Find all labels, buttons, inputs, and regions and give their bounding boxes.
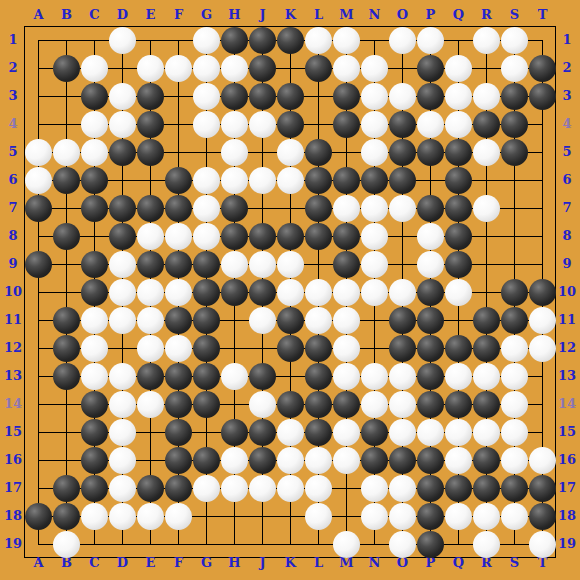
black-stone-F14 bbox=[165, 391, 192, 418]
board-intersection-T7[interactable] bbox=[528, 194, 556, 222]
white-stone-E12 bbox=[137, 335, 164, 362]
black-stone-G14 bbox=[193, 391, 220, 418]
black-stone-B6 bbox=[53, 167, 80, 194]
black-stone-G11 bbox=[193, 307, 220, 334]
board-intersection-A1[interactable] bbox=[24, 26, 52, 54]
board-intersection-T1[interactable] bbox=[528, 26, 556, 54]
board-intersection-H12[interactable] bbox=[220, 334, 248, 362]
white-stone-Q18 bbox=[445, 503, 472, 530]
board-intersection-O8[interactable] bbox=[388, 222, 416, 250]
board-intersection-B7[interactable] bbox=[52, 194, 80, 222]
board-intersection-K7[interactable] bbox=[276, 194, 304, 222]
white-stone-C11 bbox=[81, 307, 108, 334]
board-intersection-A19[interactable] bbox=[24, 530, 52, 558]
white-stone-D13 bbox=[109, 363, 136, 390]
white-stone-D14 bbox=[109, 391, 136, 418]
black-stone-C10 bbox=[81, 279, 108, 306]
black-stone-L12 bbox=[305, 335, 332, 362]
white-stone-E2 bbox=[137, 55, 164, 82]
row-label-left: 16 bbox=[3, 453, 23, 467]
board-intersection-F4[interactable] bbox=[164, 110, 192, 138]
row-label-right: 7 bbox=[557, 201, 577, 215]
black-stone-J10 bbox=[249, 279, 276, 306]
row-label-right: 11 bbox=[557, 313, 577, 327]
black-stone-P7 bbox=[417, 195, 444, 222]
board-intersection-R10[interactable] bbox=[472, 278, 500, 306]
row-label-right: 2 bbox=[557, 61, 577, 75]
black-stone-E5 bbox=[137, 139, 164, 166]
black-stone-Q12 bbox=[445, 335, 472, 362]
white-stone-H6 bbox=[221, 167, 248, 194]
row-label-left: 14 bbox=[3, 397, 23, 411]
board-intersection-H19[interactable] bbox=[220, 530, 248, 558]
board-intersection-O2[interactable] bbox=[388, 54, 416, 82]
black-stone-J1 bbox=[249, 27, 276, 54]
white-stone-G4 bbox=[193, 111, 220, 138]
white-stone-R18 bbox=[473, 503, 500, 530]
board-intersection-A4[interactable] bbox=[24, 110, 52, 138]
white-stone-B5 bbox=[53, 139, 80, 166]
column-label-top: J bbox=[253, 8, 272, 22]
black-stone-H3 bbox=[221, 83, 248, 110]
white-stone-N14 bbox=[361, 391, 388, 418]
white-stone-E14 bbox=[137, 391, 164, 418]
white-stone-K15 bbox=[277, 419, 304, 446]
board-intersection-F5[interactable] bbox=[164, 138, 192, 166]
white-stone-O3 bbox=[389, 83, 416, 110]
board-intersection-A3[interactable] bbox=[24, 82, 52, 110]
white-stone-Q2 bbox=[445, 55, 472, 82]
board-intersection-S6[interactable] bbox=[500, 166, 528, 194]
black-stone-F6 bbox=[165, 167, 192, 194]
black-stone-L8 bbox=[305, 223, 332, 250]
white-stone-K6 bbox=[277, 167, 304, 194]
black-stone-L14 bbox=[305, 391, 332, 418]
column-label-top: H bbox=[225, 8, 244, 22]
black-stone-H15 bbox=[221, 419, 248, 446]
board-intersection-B10[interactable] bbox=[52, 278, 80, 306]
white-stone-N4 bbox=[361, 111, 388, 138]
board-intersection-E19[interactable] bbox=[136, 530, 164, 558]
board-intersection-D19[interactable] bbox=[108, 530, 136, 558]
board-intersection-P6[interactable] bbox=[416, 166, 444, 194]
white-stone-N17 bbox=[361, 475, 388, 502]
white-stone-J6 bbox=[249, 167, 276, 194]
column-label-top: O bbox=[393, 8, 412, 22]
board-intersection-J7[interactable] bbox=[248, 194, 276, 222]
white-stone-O10 bbox=[389, 279, 416, 306]
board-intersection-A17[interactable] bbox=[24, 474, 52, 502]
row-label-left: 19 bbox=[3, 537, 23, 551]
white-stone-D10 bbox=[109, 279, 136, 306]
board-intersection-N11[interactable] bbox=[360, 306, 388, 334]
black-stone-Q14 bbox=[445, 391, 472, 418]
board-intersection-A16[interactable] bbox=[24, 446, 52, 474]
white-stone-T12 bbox=[529, 335, 556, 362]
board-intersection-H14[interactable] bbox=[220, 390, 248, 418]
board-intersection-G15[interactable] bbox=[192, 418, 220, 446]
black-stone-P14 bbox=[417, 391, 444, 418]
board-intersection-A8[interactable] bbox=[24, 222, 52, 250]
board-intersection-S9[interactable] bbox=[500, 250, 528, 278]
board-intersection-T15[interactable] bbox=[528, 418, 556, 446]
board-intersection-L9[interactable] bbox=[304, 250, 332, 278]
board-intersection-K18[interactable] bbox=[276, 502, 304, 530]
column-label-bottom: R bbox=[477, 556, 496, 570]
board-intersection-T5[interactable] bbox=[528, 138, 556, 166]
white-stone-N10 bbox=[361, 279, 388, 306]
board-intersection-F1[interactable] bbox=[164, 26, 192, 54]
column-label-bottom: J bbox=[253, 556, 272, 570]
white-stone-D17 bbox=[109, 475, 136, 502]
row-label-right: 17 bbox=[557, 481, 577, 495]
board-intersection-F3[interactable] bbox=[164, 82, 192, 110]
board-intersection-T14[interactable] bbox=[528, 390, 556, 418]
board-intersection-G5[interactable] bbox=[192, 138, 220, 166]
white-stone-C13 bbox=[81, 363, 108, 390]
board-intersection-G18[interactable] bbox=[192, 502, 220, 530]
black-stone-B11 bbox=[53, 307, 80, 334]
row-label-right: 16 bbox=[557, 453, 577, 467]
white-stone-S2 bbox=[501, 55, 528, 82]
board-intersection-B1[interactable] bbox=[52, 26, 80, 54]
white-stone-O19 bbox=[389, 531, 416, 558]
black-stone-E7 bbox=[137, 195, 164, 222]
column-label-top: F bbox=[169, 8, 188, 22]
white-stone-A5 bbox=[25, 139, 52, 166]
row-label-right: 18 bbox=[557, 509, 577, 523]
row-label-right: 4 bbox=[557, 117, 577, 131]
black-stone-L5 bbox=[305, 139, 332, 166]
white-stone-L17 bbox=[305, 475, 332, 502]
board-intersection-F19[interactable] bbox=[164, 530, 192, 558]
black-stone-J13 bbox=[249, 363, 276, 390]
board-intersection-D12[interactable] bbox=[108, 334, 136, 362]
white-stone-E18 bbox=[137, 503, 164, 530]
black-stone-N6 bbox=[361, 167, 388, 194]
white-stone-R13 bbox=[473, 363, 500, 390]
row-label-left: 1 bbox=[3, 33, 23, 47]
white-stone-M13 bbox=[333, 363, 360, 390]
row-label-right: 6 bbox=[557, 173, 577, 187]
white-stone-C5 bbox=[81, 139, 108, 166]
black-stone-R17 bbox=[473, 475, 500, 502]
board-intersection-B3[interactable] bbox=[52, 82, 80, 110]
board-intersection-N19[interactable] bbox=[360, 530, 388, 558]
white-stone-T19 bbox=[529, 531, 556, 558]
black-stone-C7 bbox=[81, 195, 108, 222]
white-stone-N7 bbox=[361, 195, 388, 222]
column-label-top: P bbox=[421, 8, 440, 22]
board-intersection-K2[interactable] bbox=[276, 54, 304, 82]
white-stone-G3 bbox=[193, 83, 220, 110]
black-stone-H10 bbox=[221, 279, 248, 306]
white-stone-M1 bbox=[333, 27, 360, 54]
row-label-right: 3 bbox=[557, 89, 577, 103]
white-stone-D4 bbox=[109, 111, 136, 138]
board-intersection-T4[interactable] bbox=[528, 110, 556, 138]
black-stone-L6 bbox=[305, 167, 332, 194]
white-stone-C12 bbox=[81, 335, 108, 362]
board-intersection-C8[interactable] bbox=[80, 222, 108, 250]
black-stone-J2 bbox=[249, 55, 276, 82]
black-stone-P5 bbox=[417, 139, 444, 166]
column-label-bottom: A bbox=[29, 556, 48, 570]
white-stone-C18 bbox=[81, 503, 108, 530]
board-intersection-H18[interactable] bbox=[220, 502, 248, 530]
white-stone-J4 bbox=[249, 111, 276, 138]
white-stone-M2 bbox=[333, 55, 360, 82]
board-intersection-J18[interactable] bbox=[248, 502, 276, 530]
row-label-right: 15 bbox=[557, 425, 577, 439]
white-stone-D9 bbox=[109, 251, 136, 278]
board-intersection-A11[interactable] bbox=[24, 306, 52, 334]
board-intersection-Q11[interactable] bbox=[444, 306, 472, 334]
white-stone-M7 bbox=[333, 195, 360, 222]
board-intersection-T9[interactable] bbox=[528, 250, 556, 278]
white-stone-M19 bbox=[333, 531, 360, 558]
board-intersection-G19[interactable] bbox=[192, 530, 220, 558]
row-label-left: 11 bbox=[3, 313, 23, 327]
white-stone-J17 bbox=[249, 475, 276, 502]
black-stone-O6 bbox=[389, 167, 416, 194]
white-stone-O15 bbox=[389, 419, 416, 446]
board-intersection-B4[interactable] bbox=[52, 110, 80, 138]
board-intersection-T8[interactable] bbox=[528, 222, 556, 250]
white-stone-F8 bbox=[165, 223, 192, 250]
white-stone-D3 bbox=[109, 83, 136, 110]
white-stone-G7 bbox=[193, 195, 220, 222]
board-intersection-B16[interactable] bbox=[52, 446, 80, 474]
white-stone-M16 bbox=[333, 447, 360, 474]
black-stone-A18 bbox=[25, 503, 52, 530]
board-intersection-M18[interactable] bbox=[332, 502, 360, 530]
black-stone-K8 bbox=[277, 223, 304, 250]
black-stone-K4 bbox=[277, 111, 304, 138]
board-intersection-S19[interactable] bbox=[500, 530, 528, 558]
column-label-top: C bbox=[85, 8, 104, 22]
board-intersection-D2[interactable] bbox=[108, 54, 136, 82]
white-stone-F10 bbox=[165, 279, 192, 306]
white-stone-G2 bbox=[193, 55, 220, 82]
white-stone-O13 bbox=[389, 363, 416, 390]
black-stone-E4 bbox=[137, 111, 164, 138]
white-stone-L18 bbox=[305, 503, 332, 530]
board-intersection-K19[interactable] bbox=[276, 530, 304, 558]
row-label-left: 15 bbox=[3, 425, 23, 439]
white-stone-H4 bbox=[221, 111, 248, 138]
black-stone-B13 bbox=[53, 363, 80, 390]
board-intersection-B15[interactable] bbox=[52, 418, 80, 446]
board-intersection-E16[interactable] bbox=[136, 446, 164, 474]
white-stone-P15 bbox=[417, 419, 444, 446]
column-label-bottom: B bbox=[57, 556, 76, 570]
white-stone-N2 bbox=[361, 55, 388, 82]
board-intersection-K13[interactable] bbox=[276, 362, 304, 390]
black-stone-G9 bbox=[193, 251, 220, 278]
column-label-top: N bbox=[365, 8, 384, 22]
white-stone-O14 bbox=[389, 391, 416, 418]
black-stone-J3 bbox=[249, 83, 276, 110]
black-stone-E13 bbox=[137, 363, 164, 390]
black-stone-C6 bbox=[81, 167, 108, 194]
board-intersection-L3[interactable] bbox=[304, 82, 332, 110]
white-stone-P1 bbox=[417, 27, 444, 54]
board-intersection-N1[interactable] bbox=[360, 26, 388, 54]
board-intersection-S7[interactable] bbox=[500, 194, 528, 222]
board-intersection-R9[interactable] bbox=[472, 250, 500, 278]
black-stone-Q17 bbox=[445, 475, 472, 502]
white-stone-E8 bbox=[137, 223, 164, 250]
black-stone-S17 bbox=[501, 475, 528, 502]
board-intersection-J12[interactable] bbox=[248, 334, 276, 362]
column-label-bottom: S bbox=[505, 556, 524, 570]
board-intersection-A13[interactable] bbox=[24, 362, 52, 390]
row-label-left: 3 bbox=[3, 89, 23, 103]
board-intersection-H11[interactable] bbox=[220, 306, 248, 334]
black-stone-P2 bbox=[417, 55, 444, 82]
black-stone-O12 bbox=[389, 335, 416, 362]
board-intersection-A14[interactable] bbox=[24, 390, 52, 418]
black-stone-M4 bbox=[333, 111, 360, 138]
row-label-left: 9 bbox=[3, 257, 23, 271]
black-stone-P12 bbox=[417, 335, 444, 362]
white-stone-C2 bbox=[81, 55, 108, 82]
board-intersection-L4[interactable] bbox=[304, 110, 332, 138]
black-stone-J15 bbox=[249, 419, 276, 446]
board-intersection-L19[interactable] bbox=[304, 530, 332, 558]
black-stone-E3 bbox=[137, 83, 164, 110]
board-intersection-A12[interactable] bbox=[24, 334, 52, 362]
board-intersection-A2[interactable] bbox=[24, 54, 52, 82]
black-stone-C15 bbox=[81, 419, 108, 446]
row-label-right: 8 bbox=[557, 229, 577, 243]
board-intersection-O9[interactable] bbox=[388, 250, 416, 278]
board-intersection-T13[interactable] bbox=[528, 362, 556, 390]
board-intersection-B14[interactable] bbox=[52, 390, 80, 418]
white-stone-S1 bbox=[501, 27, 528, 54]
board-intersection-R6[interactable] bbox=[472, 166, 500, 194]
board-intersection-A15[interactable] bbox=[24, 418, 52, 446]
black-stone-B18 bbox=[53, 503, 80, 530]
row-label-left: 5 bbox=[3, 145, 23, 159]
white-stone-F18 bbox=[165, 503, 192, 530]
board-intersection-N12[interactable] bbox=[360, 334, 388, 362]
board-intersection-M5[interactable] bbox=[332, 138, 360, 166]
black-stone-G10 bbox=[193, 279, 220, 306]
white-stone-S15 bbox=[501, 419, 528, 446]
white-stone-G6 bbox=[193, 167, 220, 194]
black-stone-F7 bbox=[165, 195, 192, 222]
board-intersection-S8[interactable] bbox=[500, 222, 528, 250]
board-intersection-M17[interactable] bbox=[332, 474, 360, 502]
row-label-left: 10 bbox=[3, 285, 23, 299]
white-stone-L11 bbox=[305, 307, 332, 334]
board-intersection-C1[interactable] bbox=[80, 26, 108, 54]
white-stone-L1 bbox=[305, 27, 332, 54]
black-stone-H1 bbox=[221, 27, 248, 54]
white-stone-L10 bbox=[305, 279, 332, 306]
column-label-bottom: D bbox=[113, 556, 132, 570]
white-stone-D1 bbox=[109, 27, 136, 54]
board-intersection-R2[interactable] bbox=[472, 54, 500, 82]
board-intersection-R8[interactable] bbox=[472, 222, 500, 250]
black-stone-R14 bbox=[473, 391, 500, 418]
board-intersection-E15[interactable] bbox=[136, 418, 164, 446]
black-stone-S5 bbox=[501, 139, 528, 166]
row-label-left: 12 bbox=[3, 341, 23, 355]
white-stone-D16 bbox=[109, 447, 136, 474]
row-label-left: 4 bbox=[3, 117, 23, 131]
board-intersection-J19[interactable] bbox=[248, 530, 276, 558]
white-stone-L16 bbox=[305, 447, 332, 474]
black-stone-L2 bbox=[305, 55, 332, 82]
white-stone-H5 bbox=[221, 139, 248, 166]
black-stone-Q7 bbox=[445, 195, 472, 222]
board-intersection-B9[interactable] bbox=[52, 250, 80, 278]
white-stone-B19 bbox=[53, 531, 80, 558]
black-stone-D8 bbox=[109, 223, 136, 250]
white-stone-O1 bbox=[389, 27, 416, 54]
white-stone-N13 bbox=[361, 363, 388, 390]
black-stone-G16 bbox=[193, 447, 220, 474]
white-stone-P4 bbox=[417, 111, 444, 138]
black-stone-F9 bbox=[165, 251, 192, 278]
white-stone-O7 bbox=[389, 195, 416, 222]
black-stone-C9 bbox=[81, 251, 108, 278]
black-stone-P19 bbox=[417, 531, 444, 558]
board-intersection-E1[interactable] bbox=[136, 26, 164, 54]
board-intersection-C19[interactable] bbox=[80, 530, 108, 558]
white-stone-S12 bbox=[501, 335, 528, 362]
white-stone-R15 bbox=[473, 419, 500, 446]
column-label-top: M bbox=[337, 8, 356, 22]
black-stone-Q9 bbox=[445, 251, 472, 278]
column-label-bottom: T bbox=[533, 556, 552, 570]
white-stone-N18 bbox=[361, 503, 388, 530]
white-stone-S14 bbox=[501, 391, 528, 418]
white-stone-A6 bbox=[25, 167, 52, 194]
black-stone-P10 bbox=[417, 279, 444, 306]
board-intersection-Q1[interactable] bbox=[444, 26, 472, 54]
row-label-right: 12 bbox=[557, 341, 577, 355]
white-stone-G1 bbox=[193, 27, 220, 54]
white-stone-J11 bbox=[249, 307, 276, 334]
board-intersection-D6[interactable] bbox=[108, 166, 136, 194]
column-label-bottom: C bbox=[85, 556, 104, 570]
white-stone-K16 bbox=[277, 447, 304, 474]
black-stone-H7 bbox=[221, 195, 248, 222]
column-label-bottom: M bbox=[337, 556, 356, 570]
black-stone-M9 bbox=[333, 251, 360, 278]
board-intersection-T6[interactable] bbox=[528, 166, 556, 194]
white-stone-M11 bbox=[333, 307, 360, 334]
column-label-top: B bbox=[57, 8, 76, 22]
white-stone-G17 bbox=[193, 475, 220, 502]
board-intersection-E6[interactable] bbox=[136, 166, 164, 194]
board-intersection-A10[interactable] bbox=[24, 278, 52, 306]
black-stone-T10 bbox=[529, 279, 556, 306]
black-stone-P13 bbox=[417, 363, 444, 390]
black-stone-G13 bbox=[193, 363, 220, 390]
board-intersection-Q19[interactable] bbox=[444, 530, 472, 558]
row-label-left: 18 bbox=[3, 509, 23, 523]
board-intersection-J5[interactable] bbox=[248, 138, 276, 166]
white-stone-J14 bbox=[249, 391, 276, 418]
black-stone-R12 bbox=[473, 335, 500, 362]
black-stone-B2 bbox=[53, 55, 80, 82]
black-stone-B8 bbox=[53, 223, 80, 250]
